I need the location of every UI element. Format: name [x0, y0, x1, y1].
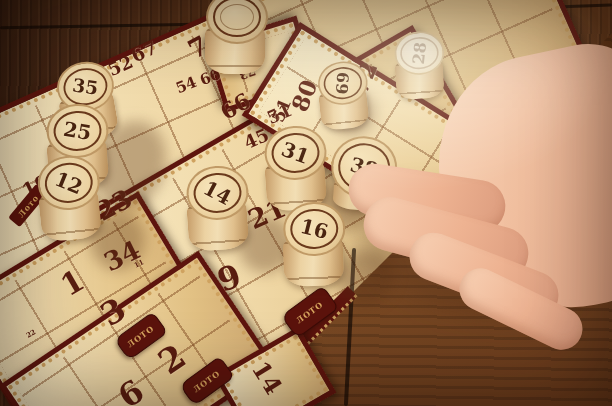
barrel-blank-top[interactable] [204, 0, 266, 86]
barrel-ring [220, 4, 254, 30]
barrel-number: 28 [409, 41, 430, 65]
loto-label: ЛОТО [295, 299, 326, 325]
barrel-28[interactable]: 28 [392, 30, 447, 110]
barrel-number: 25 [62, 117, 94, 145]
barrel-16[interactable]: 16 [280, 201, 345, 299]
barrel-number: 35 [71, 74, 99, 99]
barrel-number: 69 [332, 71, 353, 95]
barrel-14[interactable]: 14 [183, 164, 252, 264]
lotto-photo-scene: 70 41 52 67 54 66 19 23 28 22 73 66 51 4… [0, 0, 612, 406]
barrel-12[interactable]: 12 [33, 153, 105, 255]
